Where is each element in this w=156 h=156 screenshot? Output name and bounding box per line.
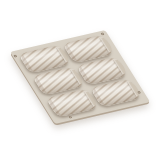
mold-cavity-grid [18,35,142,118]
corner-hole-left [13,54,18,57]
corner-hole-top [100,32,105,35]
product-photo [0,0,156,156]
corner-hole-right [137,91,142,94]
corner-hole-bottom [68,115,73,118]
mold-tray [10,30,150,124]
